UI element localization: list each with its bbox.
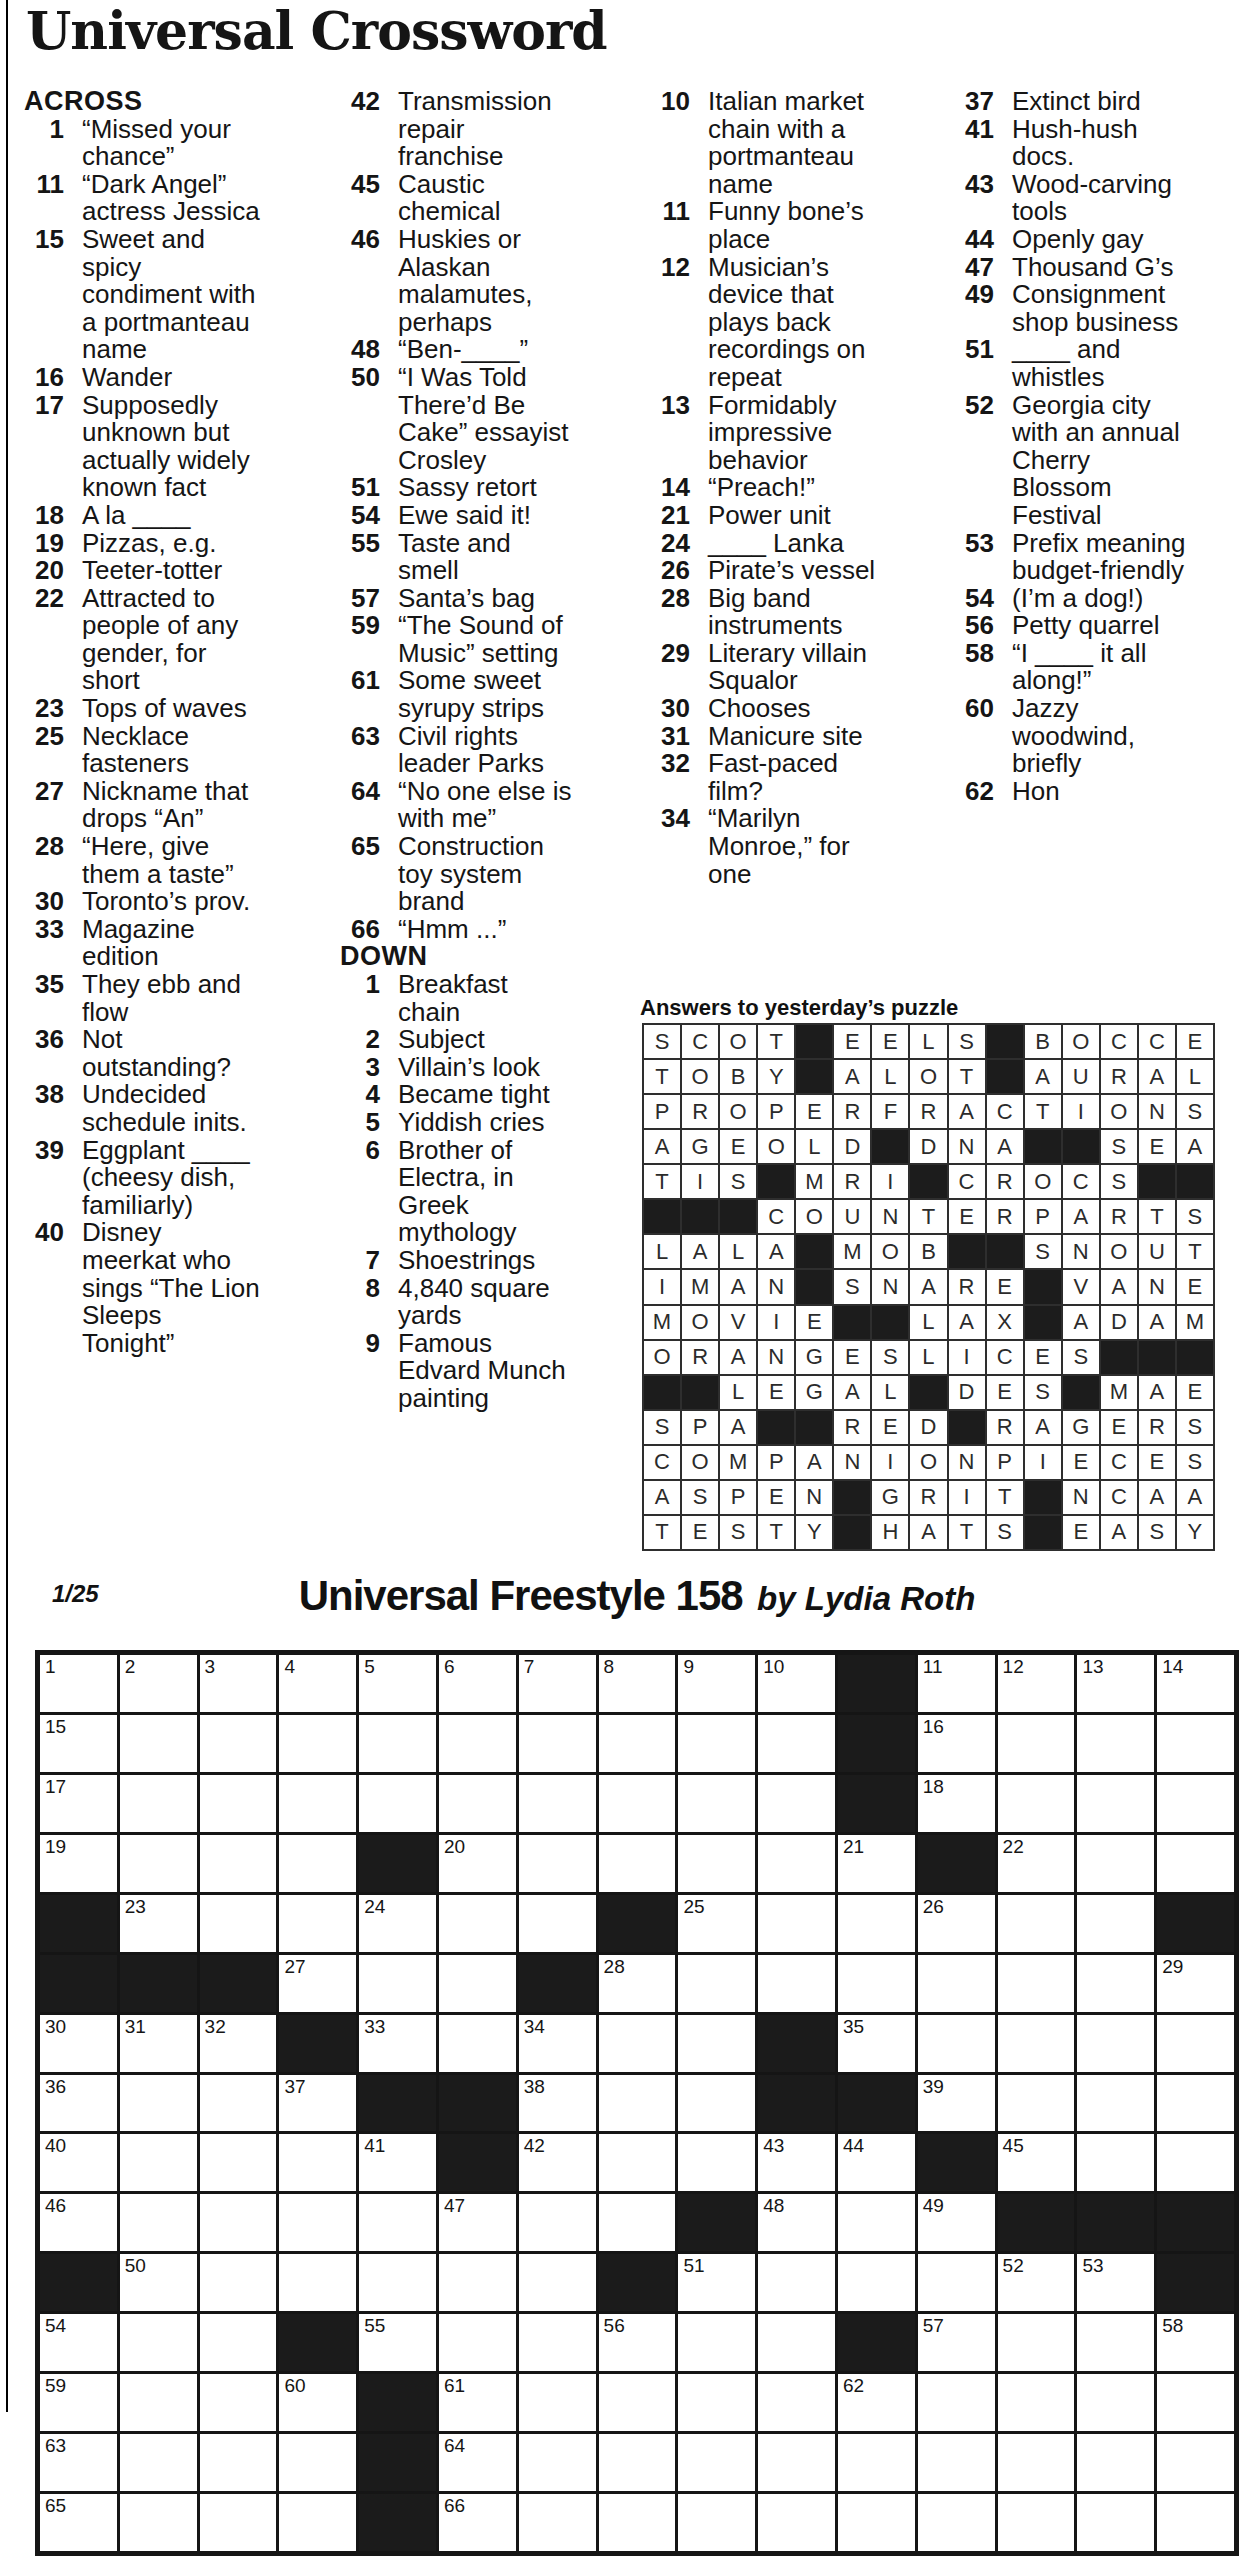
puzzle-cell[interactable]: [279, 1835, 356, 1892]
puzzle-cell[interactable]: [998, 2314, 1075, 2371]
clue-text: “Here, give them a taste”: [82, 833, 260, 888]
puzzle-cell[interactable]: 56: [599, 2314, 676, 2371]
solution-cell: A: [910, 1270, 946, 1303]
puzzle-cell[interactable]: 20: [439, 1835, 516, 1892]
puzzle-cell[interactable]: [1077, 1775, 1154, 1832]
puzzle-cell[interactable]: 26: [918, 1895, 995, 1952]
solution-cell: L: [910, 1306, 946, 1339]
solution-cell-black: [1177, 1341, 1213, 1374]
puzzle-cell[interactable]: 39: [918, 2075, 995, 2132]
puzzle-cell[interactable]: 66: [439, 2494, 516, 2551]
clue-text: Hon: [1012, 778, 1190, 806]
puzzle-cell[interactable]: [279, 1715, 356, 1772]
solution-cell: A: [1139, 1306, 1175, 1339]
solution-cell-black: [1101, 1341, 1137, 1374]
puzzle-cell[interactable]: [678, 1715, 755, 1772]
puzzle-cell[interactable]: 43: [758, 2134, 835, 2191]
puzzle-cell[interactable]: [998, 1775, 1075, 1832]
clue: 29Literary villain Squalor: [650, 640, 886, 695]
puzzle-cell[interactable]: [599, 1715, 676, 1772]
cell-number: 65: [45, 2496, 66, 2517]
puzzle-cell[interactable]: [758, 1715, 835, 1772]
solution-cell: E: [796, 1095, 832, 1128]
puzzle-cell[interactable]: 28: [599, 1955, 676, 2012]
puzzle-cell[interactable]: [998, 2374, 1075, 2431]
clue: 26Pirate’s vessel: [650, 557, 886, 585]
puzzle-cell[interactable]: [678, 2134, 755, 2191]
puzzle-cell[interactable]: 53: [1077, 2254, 1154, 2311]
clue: 28Big band instruments: [650, 585, 886, 640]
puzzle-cell[interactable]: 46: [40, 2194, 117, 2251]
solution-cell-black: [872, 1306, 908, 1339]
puzzle-cell[interactable]: [838, 1895, 915, 1952]
puzzle-cell[interactable]: [758, 2434, 835, 2491]
solution-cell: N: [872, 1200, 908, 1233]
puzzle-cell[interactable]: [120, 2434, 197, 2491]
puzzle-cell[interactable]: [678, 2075, 755, 2132]
clue-text: Shoestrings: [398, 1247, 576, 1275]
puzzle-cell[interactable]: [200, 2434, 277, 2491]
puzzle-cell[interactable]: 48: [758, 2194, 835, 2251]
clue-text: Fast-paced film?: [708, 750, 886, 805]
puzzle-cell[interactable]: [359, 2254, 436, 2311]
puzzle-cell[interactable]: [120, 2075, 197, 2132]
puzzle-cell[interactable]: 27: [279, 1955, 356, 2012]
puzzle-cell[interactable]: [279, 1775, 356, 1832]
puzzle-cell[interactable]: [918, 2494, 995, 2551]
puzzle-cell[interactable]: 1: [40, 1655, 117, 1712]
puzzle-cell[interactable]: [200, 2374, 277, 2431]
solution-cell-black: [1063, 1376, 1099, 1409]
puzzle-cell[interactable]: 11: [918, 1655, 995, 1712]
cell-number: 31: [125, 2017, 146, 2038]
puzzle-cell[interactable]: [359, 2194, 436, 2251]
puzzle-cell[interactable]: [120, 2374, 197, 2431]
puzzle-cell[interactable]: [998, 2015, 1075, 2072]
clue-number: 1: [24, 116, 64, 171]
cell-number: 34: [524, 2017, 545, 2038]
clue-text: Openly gay: [1012, 226, 1190, 254]
solution-cell: S: [834, 1270, 870, 1303]
puzzle-cell[interactable]: [200, 1835, 277, 1892]
puzzle-cell[interactable]: 15: [40, 1715, 117, 1772]
puzzle-cell[interactable]: [1077, 2374, 1154, 2431]
puzzle-cell[interactable]: 38: [519, 2075, 596, 2132]
clue-text: Manicure site: [708, 723, 886, 751]
puzzle-cell[interactable]: [758, 1955, 835, 2012]
clue-text: Disney meerkat who sings “The Lion Sleep…: [82, 1219, 260, 1357]
puzzle-cell[interactable]: [279, 2194, 356, 2251]
puzzle-cell[interactable]: 51: [678, 2254, 755, 2311]
clue-text: Wander: [82, 364, 260, 392]
puzzle-cell[interactable]: [599, 2015, 676, 2072]
puzzle-cell[interactable]: 42: [519, 2134, 596, 2191]
solution-cell: I: [1025, 1446, 1061, 1479]
puzzle-cell[interactable]: [120, 2314, 197, 2371]
solution-cell-black: [1139, 1341, 1175, 1374]
clue: 51____ and whistles: [954, 336, 1190, 391]
puzzle-cell[interactable]: [998, 2434, 1075, 2491]
clue: 1Breakfast chain: [340, 971, 576, 1026]
puzzle-cell[interactable]: [1077, 2134, 1154, 2191]
puzzle-cell[interactable]: [998, 2494, 1075, 2551]
column-rule: [6, 0, 8, 2412]
puzzle-cell[interactable]: 16: [918, 1715, 995, 1772]
puzzle-cell[interactable]: [1157, 2075, 1234, 2132]
puzzle-cell[interactable]: [599, 2134, 676, 2191]
clue: 33Magazine edition: [24, 916, 260, 971]
puzzle-cell[interactable]: [519, 2494, 596, 2551]
solution-cell: I: [949, 1481, 985, 1514]
solution-cell: A: [910, 1516, 946, 1549]
puzzle-cell[interactable]: 21: [838, 1835, 915, 1892]
puzzle-cell[interactable]: 54: [40, 2314, 117, 2371]
puzzle-cell[interactable]: 10: [758, 1655, 835, 1712]
puzzle-cell[interactable]: [120, 2194, 197, 2251]
puzzle-cell[interactable]: [678, 1835, 755, 1892]
clue: 12Musician’s device that plays back reco…: [650, 254, 886, 392]
puzzle-cell[interactable]: [519, 1895, 596, 1952]
puzzle-cell[interactable]: [279, 2494, 356, 2551]
puzzle-cell[interactable]: 25: [678, 1895, 755, 1952]
puzzle-cell[interactable]: 5: [359, 1655, 436, 1712]
puzzle-cell[interactable]: 36: [40, 2075, 117, 2132]
puzzle-cell[interactable]: 65: [40, 2494, 117, 2551]
solution-cell: E: [720, 1130, 756, 1163]
clue: 40Disney meerkat who sings “The Lion Sle…: [24, 1219, 260, 1357]
clue-text: Supposedly unknown but actually widely k…: [82, 392, 260, 502]
puzzle-cell[interactable]: [200, 2194, 277, 2251]
cell-number: 57: [923, 2316, 944, 2337]
puzzle-cell[interactable]: [519, 1775, 596, 1832]
solution-cell-black: [644, 1376, 680, 1409]
solution-cell: I: [872, 1165, 908, 1198]
solution-cell: S: [644, 1411, 680, 1444]
puzzle-cell[interactable]: [1077, 2434, 1154, 2491]
puzzle-cell[interactable]: 32: [200, 2015, 277, 2072]
clue-text: Jazzy woodwind, briefly: [1012, 695, 1190, 778]
puzzle-cell[interactable]: [1077, 2015, 1154, 2072]
solution-cell: A: [644, 1481, 680, 1514]
puzzle-cell[interactable]: [1157, 2374, 1234, 2431]
solution-cell: R: [834, 1165, 870, 1198]
puzzle-cell[interactable]: [200, 1895, 277, 1952]
puzzle-cell[interactable]: 30: [40, 2015, 117, 2072]
puzzle-cell[interactable]: [439, 2314, 516, 2371]
clue-number: 17: [24, 392, 64, 502]
puzzle-cell[interactable]: [439, 1955, 516, 2012]
puzzle-cell[interactable]: 47: [439, 2194, 516, 2251]
puzzle-cell[interactable]: [439, 2015, 516, 2072]
puzzle-cell[interactable]: 4: [279, 1655, 356, 1712]
clue: 35They ebb and flow: [24, 971, 260, 1026]
puzzle-cell[interactable]: 2: [120, 1655, 197, 1712]
clue-text: Thousand G’s: [1012, 254, 1190, 282]
solution-cell: S: [1177, 1095, 1213, 1128]
puzzle-cell[interactable]: [918, 1955, 995, 2012]
answers-label: Answers to yesterday’s puzzle: [640, 995, 958, 1021]
puzzle-cell[interactable]: [1077, 2314, 1154, 2371]
puzzle-cell[interactable]: 34: [519, 2015, 596, 2072]
solution-cell: A: [644, 1130, 680, 1163]
puzzle-cell[interactable]: [599, 2194, 676, 2251]
puzzle-cell[interactable]: [200, 1715, 277, 1772]
puzzle-cell[interactable]: [678, 1955, 755, 2012]
puzzle-cell[interactable]: [359, 1955, 436, 2012]
puzzle-cell[interactable]: [439, 1775, 516, 1832]
puzzle-cell[interactable]: [838, 1955, 915, 2012]
clue-text: “The Sound of Music” setting: [398, 612, 576, 667]
puzzle-cell[interactable]: [678, 2494, 755, 2551]
puzzle-cell[interactable]: 19: [40, 1835, 117, 1892]
solution-cell: C: [949, 1165, 985, 1198]
puzzle-cell[interactable]: [1077, 1895, 1154, 1952]
puzzle-cell[interactable]: [678, 1775, 755, 1832]
puzzle-cell-black: [838, 1715, 915, 1772]
puzzle-cell[interactable]: 23: [120, 1895, 197, 1952]
puzzle-cell[interactable]: [120, 1835, 197, 1892]
puzzle-cell[interactable]: [998, 2075, 1075, 2132]
puzzle-cell[interactable]: 62: [838, 2374, 915, 2431]
puzzle-cell[interactable]: [758, 2254, 835, 2311]
solution-cell: H: [872, 1516, 908, 1549]
solution-cell: N: [1063, 1481, 1099, 1514]
solution-cell: S: [644, 1025, 680, 1058]
solution-cell: L: [872, 1060, 908, 1093]
puzzle-cell[interactable]: [279, 1895, 356, 1952]
puzzle-cell[interactable]: 37: [279, 2075, 356, 2132]
solution-cell: C: [987, 1341, 1023, 1374]
puzzle-cell[interactable]: [200, 2254, 277, 2311]
clue-text: “Ben-____”: [398, 336, 576, 364]
puzzle-cell[interactable]: 35: [838, 2015, 915, 2072]
puzzle-cell[interactable]: [1157, 2015, 1234, 2072]
puzzle-cell[interactable]: [519, 2314, 596, 2371]
puzzle-cell[interactable]: [838, 2194, 915, 2251]
puzzle-cell[interactable]: [678, 2015, 755, 2072]
puzzle-cell[interactable]: 18: [918, 1775, 995, 1832]
puzzle-cell[interactable]: [998, 1955, 1075, 2012]
puzzle-cell[interactable]: 57: [918, 2314, 995, 2371]
puzzle-cell[interactable]: [758, 2494, 835, 2551]
puzzle-cell[interactable]: [918, 2434, 995, 2491]
solution-cell: A: [987, 1130, 1023, 1163]
puzzle-cell[interactable]: 13: [1077, 1655, 1154, 1712]
solution-cell: S: [720, 1165, 756, 1198]
puzzle-cell[interactable]: [359, 1715, 436, 1772]
puzzle-cell[interactable]: [1157, 2134, 1234, 2191]
solution-cell: G: [682, 1130, 718, 1163]
puzzle-cell[interactable]: [758, 2314, 835, 2371]
puzzle-cell[interactable]: [599, 2075, 676, 2132]
cell-number: 63: [45, 2436, 66, 2457]
puzzle-cell[interactable]: 7: [519, 1655, 596, 1712]
puzzle-cell[interactable]: 50: [120, 2254, 197, 2311]
puzzle-cell[interactable]: 45: [998, 2134, 1075, 2191]
puzzle-cell[interactable]: [439, 2254, 516, 2311]
cell-number: 30: [45, 2017, 66, 2038]
puzzle-cell[interactable]: [758, 1895, 835, 1952]
puzzle-cell[interactable]: [439, 1715, 516, 1772]
puzzle-cell[interactable]: [678, 2374, 755, 2431]
puzzle-cell[interactable]: [279, 2434, 356, 2491]
cell-number: 19: [45, 1837, 66, 1858]
clue: 49Consignment shop business: [954, 281, 1190, 336]
puzzle-cell[interactable]: 8: [599, 1655, 676, 1712]
solution-cell: V: [720, 1306, 756, 1339]
clue: 58“I ____ it all along!”: [954, 640, 1190, 695]
cell-number: 4: [284, 1657, 295, 1678]
puzzle-cell[interactable]: 31: [120, 2015, 197, 2072]
puzzle-cell[interactable]: [1077, 2075, 1154, 2132]
puzzle-cell[interactable]: [918, 2254, 995, 2311]
puzzle-cell[interactable]: [120, 2134, 197, 2191]
puzzle-cell[interactable]: 24: [359, 1895, 436, 1952]
puzzle-cell[interactable]: 60: [279, 2374, 356, 2431]
puzzle-cell[interactable]: [998, 1895, 1075, 1952]
puzzle-cell[interactable]: [758, 1775, 835, 1832]
clue-text: Musician’s device that plays back record…: [708, 254, 886, 392]
puzzle-cell[interactable]: 41: [359, 2134, 436, 2191]
puzzle-cell[interactable]: [758, 2374, 835, 2431]
solution-cell-black: [1025, 1270, 1061, 1303]
puzzle-cell[interactable]: 17: [40, 1775, 117, 1832]
puzzle-cell[interactable]: [1157, 1715, 1234, 1772]
puzzle-cell[interactable]: [1077, 1715, 1154, 1772]
clue: 57Santa’s bag: [340, 585, 576, 613]
puzzle-cell[interactable]: [359, 1775, 436, 1832]
puzzle-cell[interactable]: [1157, 2494, 1234, 2551]
puzzle-cell[interactable]: 49: [918, 2194, 995, 2251]
puzzle-cell[interactable]: 61: [439, 2374, 516, 2431]
puzzle-cell[interactable]: [519, 2434, 596, 2491]
puzzle-cell[interactable]: [1157, 1775, 1234, 1832]
puzzle-cell[interactable]: [519, 1835, 596, 1892]
solution-cell: C: [1101, 1446, 1137, 1479]
cell-number: 46: [45, 2196, 66, 2217]
puzzle-cell[interactable]: 55: [359, 2314, 436, 2371]
solution-cell: A: [1063, 1200, 1099, 1233]
cell-number: 11: [923, 1657, 943, 1678]
puzzle-cell[interactable]: 44: [838, 2134, 915, 2191]
puzzle-cell[interactable]: 14: [1157, 1655, 1234, 1712]
clue-text: Chooses: [708, 695, 886, 723]
solution-cell-black: [987, 1025, 1023, 1058]
puzzle-cell[interactable]: [599, 2434, 676, 2491]
puzzle-cell[interactable]: 12: [998, 1655, 1075, 1712]
puzzle-cell[interactable]: [599, 2494, 676, 2551]
puzzle-cell[interactable]: 22: [998, 1835, 1075, 1892]
solution-cell: T: [949, 1516, 985, 1549]
puzzle-cell[interactable]: [120, 1715, 197, 1772]
puzzle-cell[interactable]: 64: [439, 2434, 516, 2491]
puzzle-cell[interactable]: [200, 2314, 277, 2371]
puzzle-cell[interactable]: [838, 2434, 915, 2491]
puzzle-cell[interactable]: 59: [40, 2374, 117, 2431]
cell-number: 32: [205, 2017, 226, 2038]
puzzle-cell[interactable]: [599, 1775, 676, 1832]
puzzle-cell[interactable]: [200, 2134, 277, 2191]
solution-cell: O: [910, 1060, 946, 1093]
puzzle-cell[interactable]: 3: [200, 1655, 277, 1712]
puzzle-cell[interactable]: 63: [40, 2434, 117, 2491]
puzzle-cell[interactable]: [1077, 2494, 1154, 2551]
clue-text: “I Was Told There’d Be Cake” essayist Cr…: [398, 364, 576, 474]
solution-cell-black: [987, 1060, 1023, 1093]
cell-number: 50: [125, 2256, 146, 2277]
puzzle-cell[interactable]: 58: [1157, 2314, 1234, 2371]
solution-cell: S: [720, 1516, 756, 1549]
puzzle-cell[interactable]: [838, 2254, 915, 2311]
clue: 5Yiddish cries: [340, 1109, 576, 1137]
puzzle-cell[interactable]: 33: [359, 2015, 436, 2072]
cell-number: 21: [843, 1837, 864, 1858]
clue-number: 66: [340, 916, 380, 944]
solution-cell: I: [1063, 1095, 1099, 1128]
puzzle-cell[interactable]: [1157, 1835, 1234, 1892]
clue-number: 30: [650, 695, 690, 723]
solution-cell: C: [1101, 1025, 1137, 1058]
puzzle-cell[interactable]: [279, 2254, 356, 2311]
clue: 22Attracted to people of any gender, for…: [24, 585, 260, 695]
puzzle-cell-black: [439, 2134, 516, 2191]
puzzle-cell[interactable]: [439, 1895, 516, 1952]
puzzle-cell[interactable]: [120, 2494, 197, 2551]
solution-cell: E: [796, 1306, 832, 1339]
solution-cell-black: [1177, 1165, 1213, 1198]
puzzle-cell[interactable]: [519, 2194, 596, 2251]
puzzle-cell[interactable]: [918, 2015, 995, 2072]
clue-number: 32: [650, 750, 690, 805]
puzzle-cell[interactable]: [519, 1715, 596, 1772]
puzzle-cell[interactable]: [998, 1715, 1075, 1772]
cell-number: 12: [1003, 1657, 1024, 1678]
puzzle-cell[interactable]: 40: [40, 2134, 117, 2191]
puzzle-cell[interactable]: [519, 2374, 596, 2431]
puzzle-cell[interactable]: [599, 2374, 676, 2431]
puzzle-cell[interactable]: [599, 1835, 676, 1892]
clue-number: 29: [650, 640, 690, 695]
puzzle-cell[interactable]: [200, 2494, 277, 2551]
freestyle-byline: by Lydia Roth: [757, 1580, 975, 1617]
puzzle-cell[interactable]: [838, 2494, 915, 2551]
clue-number: 38: [24, 1081, 64, 1136]
solution-cell: R: [949, 1270, 985, 1303]
clue: 42Transmission repair franchise: [340, 88, 576, 171]
puzzle-cell[interactable]: [1157, 2434, 1234, 2491]
clue-number: 9: [340, 1330, 380, 1413]
clue-text: Yiddish cries: [398, 1109, 576, 1137]
puzzle-cell[interactable]: [200, 2075, 277, 2132]
puzzle-cell[interactable]: [279, 2134, 356, 2191]
solution-cell: E: [1025, 1341, 1061, 1374]
puzzle-cell[interactable]: [678, 2314, 755, 2371]
puzzle-cell[interactable]: 6: [439, 1655, 516, 1712]
puzzle-cell[interactable]: [200, 1775, 277, 1832]
puzzle-cell[interactable]: 29: [1157, 1955, 1234, 2012]
puzzle-cell[interactable]: 9: [678, 1655, 755, 1712]
puzzle-cell[interactable]: [918, 2374, 995, 2431]
puzzle-cell[interactable]: [1077, 1835, 1154, 1892]
cell-number: 2: [125, 1657, 136, 1678]
puzzle-cell-black: [838, 1655, 915, 1712]
puzzle-cell[interactable]: [1077, 1955, 1154, 2012]
puzzle-cell[interactable]: [678, 2434, 755, 2491]
puzzle-cell[interactable]: [519, 2254, 596, 2311]
puzzle-cell[interactable]: [120, 1775, 197, 1832]
puzzle-cell[interactable]: 52: [998, 2254, 1075, 2311]
puzzle-cell[interactable]: [758, 1835, 835, 1892]
